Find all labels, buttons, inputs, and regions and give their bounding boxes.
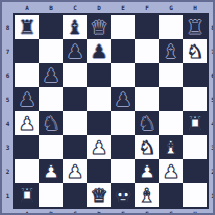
square-e6[interactable] bbox=[111, 63, 135, 87]
square-f3[interactable]: ♞ bbox=[135, 135, 159, 159]
piece-black-pawn: ♟ bbox=[42, 66, 59, 85]
square-c8[interactable]: ♝ bbox=[63, 15, 87, 39]
piece-white-rook: ♜ bbox=[186, 114, 203, 133]
file-label: E bbox=[111, 2, 135, 13]
square-e4[interactable] bbox=[111, 111, 135, 135]
piece-black-rook: ♜ bbox=[18, 18, 35, 37]
square-g2[interactable]: ♟ bbox=[159, 159, 183, 183]
ranks-left: 87654321 bbox=[2, 15, 13, 207]
chess-board-window: ABCDEFGH 87654321 ♜♝♛♜♟♟♝♞♟♟♟♟♞♞♜♟♞♝♟♟♟♟… bbox=[0, 0, 215, 215]
square-b4[interactable]: ♞ bbox=[39, 111, 63, 135]
piece-black-knight: ♞ bbox=[42, 114, 59, 133]
square-a6[interactable] bbox=[15, 63, 39, 87]
file-label: B bbox=[39, 2, 63, 13]
square-b7[interactable] bbox=[39, 39, 63, 63]
square-e3[interactable] bbox=[111, 135, 135, 159]
square-h8[interactable]: ♜ bbox=[183, 15, 207, 39]
square-a7[interactable] bbox=[15, 39, 39, 63]
piece-black-pawn: ♟ bbox=[66, 42, 83, 61]
square-f2[interactable]: ♟ bbox=[135, 159, 159, 183]
square-f4[interactable]: ♞ bbox=[135, 111, 159, 135]
square-a8[interactable]: ♜ bbox=[15, 15, 39, 39]
piece-white-pawn: ♟ bbox=[42, 162, 59, 181]
square-f1[interactable]: ♝ bbox=[135, 183, 159, 207]
rank-label: 1 bbox=[2, 183, 13, 207]
square-b3[interactable] bbox=[39, 135, 63, 159]
square-e7[interactable] bbox=[111, 39, 135, 63]
square-f7[interactable] bbox=[135, 39, 159, 63]
rank-label: 5 bbox=[209, 87, 215, 111]
piece-black-bishop: ♝ bbox=[66, 18, 83, 37]
piece-white-pawn: ♟ bbox=[138, 162, 155, 181]
piece-white-pawn: ♟ bbox=[162, 162, 179, 181]
square-d7[interactable]: ♟ bbox=[87, 39, 111, 63]
square-h3[interactable] bbox=[183, 135, 207, 159]
square-d2[interactable] bbox=[87, 159, 111, 183]
square-h4[interactable]: ♜ bbox=[183, 111, 207, 135]
square-b2[interactable]: ♟ bbox=[39, 159, 63, 183]
square-c6[interactable] bbox=[63, 63, 87, 87]
file-label: A bbox=[15, 2, 39, 13]
file-label: G bbox=[159, 209, 183, 215]
square-a3[interactable] bbox=[15, 135, 39, 159]
square-a4[interactable]: ♟ bbox=[15, 111, 39, 135]
file-label: B bbox=[39, 209, 63, 215]
piece-black-pawn: ♟ bbox=[114, 90, 131, 109]
files-top: ABCDEFGH bbox=[15, 2, 207, 13]
chess-board: ♜♝♛♜♟♟♝♞♟♟♟♟♞♞♜♟♞♝♟♟♟♟♜♛♚♝ bbox=[13, 13, 209, 209]
square-d3[interactable]: ♟ bbox=[87, 135, 111, 159]
square-f5[interactable] bbox=[135, 87, 159, 111]
piece-white-pawn: ♟ bbox=[90, 138, 107, 157]
file-label: F bbox=[135, 209, 159, 215]
rank-label: 4 bbox=[2, 111, 13, 135]
file-label: A bbox=[15, 209, 39, 215]
rank-label: 6 bbox=[2, 63, 13, 87]
piece-white-knight: ♞ bbox=[186, 42, 203, 61]
square-c3[interactable] bbox=[63, 135, 87, 159]
piece-white-queen: ♛ bbox=[90, 186, 107, 205]
file-label: C bbox=[63, 2, 87, 13]
square-g4[interactable] bbox=[159, 111, 183, 135]
file-label: E bbox=[111, 209, 135, 215]
square-b8[interactable] bbox=[39, 15, 63, 39]
square-h5[interactable] bbox=[183, 87, 207, 111]
square-h6[interactable] bbox=[183, 63, 207, 87]
square-h2[interactable] bbox=[183, 159, 207, 183]
square-e5[interactable]: ♟ bbox=[111, 87, 135, 111]
square-e1[interactable]: ♚ bbox=[111, 183, 135, 207]
piece-black-knight: ♞ bbox=[138, 114, 155, 133]
square-g7[interactable]: ♝ bbox=[159, 39, 183, 63]
square-e8[interactable] bbox=[111, 15, 135, 39]
square-g8[interactable] bbox=[159, 15, 183, 39]
rank-label: 2 bbox=[209, 159, 215, 183]
square-a5[interactable]: ♟ bbox=[15, 87, 39, 111]
piece-white-pawn: ♟ bbox=[18, 114, 35, 133]
square-c7[interactable]: ♟ bbox=[63, 39, 87, 63]
files-bottom: ABCDEFGH bbox=[15, 209, 207, 215]
square-d5[interactable] bbox=[87, 87, 111, 111]
rank-label: 2 bbox=[2, 159, 13, 183]
square-c2[interactable]: ♟ bbox=[63, 159, 87, 183]
rank-label: 3 bbox=[209, 135, 215, 159]
file-label: D bbox=[87, 209, 111, 215]
square-b6[interactable]: ♟ bbox=[39, 63, 63, 87]
square-e2[interactable] bbox=[111, 159, 135, 183]
piece-white-pawn: ♟ bbox=[66, 162, 83, 181]
rank-label: 8 bbox=[209, 15, 215, 39]
square-b1[interactable] bbox=[39, 183, 63, 207]
rank-label: 4 bbox=[209, 111, 215, 135]
file-label: H bbox=[183, 2, 207, 13]
square-b5[interactable] bbox=[39, 87, 63, 111]
ranks-right: 87654321 bbox=[209, 15, 215, 207]
file-label: C bbox=[63, 209, 87, 215]
square-d6[interactable] bbox=[87, 63, 111, 87]
square-h7[interactable]: ♞ bbox=[183, 39, 207, 63]
square-a2[interactable] bbox=[15, 159, 39, 183]
square-g6[interactable] bbox=[159, 63, 183, 87]
piece-black-pawn: ♟ bbox=[90, 42, 107, 61]
square-d1[interactable]: ♛ bbox=[87, 183, 111, 207]
square-c1[interactable] bbox=[63, 183, 87, 207]
piece-white-bishop: ♝ bbox=[162, 138, 179, 157]
square-g5[interactable] bbox=[159, 87, 183, 111]
rank-label: 1 bbox=[209, 183, 215, 207]
piece-black-rook: ♜ bbox=[186, 18, 203, 37]
square-d8[interactable]: ♛ bbox=[87, 15, 111, 39]
piece-white-king: ♚ bbox=[114, 186, 131, 205]
rank-label: 6 bbox=[209, 63, 215, 87]
file-label: F bbox=[135, 2, 159, 13]
square-a1[interactable]: ♜ bbox=[15, 183, 39, 207]
rank-label: 5 bbox=[2, 87, 13, 111]
square-g1[interactable] bbox=[159, 183, 183, 207]
file-label: D bbox=[87, 2, 111, 13]
square-c4[interactable] bbox=[63, 111, 87, 135]
file-label: H bbox=[183, 209, 207, 215]
rank-label: 7 bbox=[2, 39, 13, 63]
piece-white-rook: ♜ bbox=[18, 186, 35, 205]
piece-black-queen: ♛ bbox=[90, 18, 107, 37]
square-h1[interactable] bbox=[183, 183, 207, 207]
square-c5[interactable] bbox=[63, 87, 87, 111]
rank-label: 7 bbox=[209, 39, 215, 63]
square-d4[interactable] bbox=[87, 111, 111, 135]
piece-black-bishop: ♝ bbox=[162, 42, 179, 61]
piece-white-bishop: ♝ bbox=[138, 186, 155, 205]
square-f6[interactable] bbox=[135, 63, 159, 87]
rank-label: 3 bbox=[2, 135, 13, 159]
square-f8[interactable] bbox=[135, 15, 159, 39]
piece-black-pawn: ♟ bbox=[18, 90, 35, 109]
file-label: G bbox=[159, 2, 183, 13]
piece-white-knight: ♞ bbox=[138, 138, 155, 157]
rank-label: 8 bbox=[2, 15, 13, 39]
square-g3[interactable]: ♝ bbox=[159, 135, 183, 159]
